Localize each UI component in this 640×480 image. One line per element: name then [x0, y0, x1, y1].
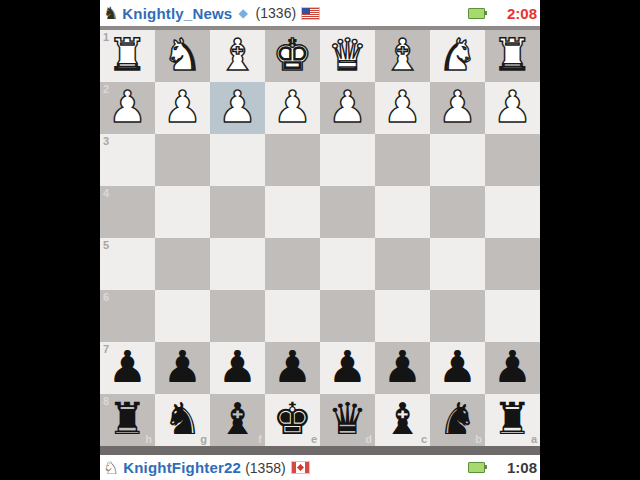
- white-rook-a1[interactable]: ♜: [485, 30, 540, 82]
- square-c8[interactable]: c♝: [375, 394, 430, 446]
- square-f7[interactable]: ♟: [210, 342, 265, 394]
- red-white-red-flag-icon: [292, 462, 309, 473]
- square-c5[interactable]: [375, 238, 430, 290]
- square-b2[interactable]: ♟: [430, 82, 485, 134]
- white-pawn-h2[interactable]: ♟: [100, 82, 155, 134]
- square-h8[interactable]: 8h♜: [100, 394, 155, 446]
- square-a8[interactable]: a♜: [485, 394, 540, 446]
- black-pawn-g7[interactable]: ♟: [155, 342, 210, 394]
- square-f8[interactable]: f♝: [210, 394, 265, 446]
- black-pawn-b7[interactable]: ♟: [430, 342, 485, 394]
- square-a4[interactable]: [485, 186, 540, 238]
- square-e3[interactable]: [265, 134, 320, 186]
- square-e5[interactable]: [265, 238, 320, 290]
- square-f4[interactable]: [210, 186, 265, 238]
- black-rook-h8[interactable]: ♜: [100, 394, 155, 446]
- rank-label-6: 6: [103, 291, 109, 303]
- square-h1[interactable]: 1♜: [100, 30, 155, 82]
- black-bishop-c8[interactable]: ♝: [375, 394, 430, 446]
- black-knight-g8[interactable]: ♞: [155, 394, 210, 446]
- square-e6[interactable]: [265, 290, 320, 342]
- square-g5[interactable]: [155, 238, 210, 290]
- square-b3[interactable]: [430, 134, 485, 186]
- square-d3[interactable]: [320, 134, 375, 186]
- square-h6[interactable]: 6: [100, 290, 155, 342]
- square-f6[interactable]: [210, 290, 265, 342]
- square-e4[interactable]: [265, 186, 320, 238]
- black-pawn-c7[interactable]: ♟: [375, 342, 430, 394]
- bottom-player-rating: (1358): [245, 460, 285, 476]
- chess-app-window: ♞ Knightly_News ◆ (1336) 2:08 1♜♞♝♚♛♝♞♜2…: [100, 0, 540, 480]
- square-a3[interactable]: [485, 134, 540, 186]
- black-knight-b8[interactable]: ♞: [430, 394, 485, 446]
- square-c2[interactable]: ♟: [375, 82, 430, 134]
- white-bishop-f1[interactable]: ♝: [210, 30, 265, 82]
- square-g6[interactable]: [155, 290, 210, 342]
- bottom-player-clock: 1:08: [507, 459, 537, 476]
- square-a7[interactable]: ♟: [485, 342, 540, 394]
- square-c3[interactable]: [375, 134, 430, 186]
- square-f3[interactable]: [210, 134, 265, 186]
- square-e8[interactable]: e♚: [265, 394, 320, 446]
- square-b4[interactable]: [430, 186, 485, 238]
- black-rook-a8[interactable]: ♜: [485, 394, 540, 446]
- white-rook-h1[interactable]: ♜: [100, 30, 155, 82]
- square-a6[interactable]: [485, 290, 540, 342]
- rank-label-5: 5: [103, 239, 109, 251]
- black-king-e8[interactable]: ♚: [265, 394, 320, 446]
- square-d5[interactable]: [320, 238, 375, 290]
- diamond-gem-icon: ◆: [238, 6, 247, 20]
- square-b7[interactable]: ♟: [430, 342, 485, 394]
- chess-board: 1♜♞♝♚♛♝♞♜2♟♟♟♟♟♟♟♟34567♟♟♟♟♟♟♟♟8h♜g♞f♝e♚…: [100, 30, 540, 446]
- top-battery-icon: [468, 8, 485, 19]
- square-f2[interactable]: ♟: [210, 82, 265, 134]
- square-b1[interactable]: ♞: [430, 30, 485, 82]
- square-g4[interactable]: [155, 186, 210, 238]
- bottom-battery-icon: [468, 462, 485, 473]
- white-pawn-d2[interactable]: ♟: [320, 82, 375, 134]
- black-queen-d8[interactable]: ♛: [320, 394, 375, 446]
- white-pawn-b2[interactable]: ♟: [430, 82, 485, 134]
- us-flag-icon: [302, 8, 319, 19]
- top-player-rating: (1336): [256, 5, 296, 21]
- square-h7[interactable]: 7♟: [100, 342, 155, 394]
- square-d6[interactable]: [320, 290, 375, 342]
- white-bishop-c1[interactable]: ♝: [375, 30, 430, 82]
- board-bottom-divider: [100, 446, 540, 455]
- top-player-bar: ♞ Knightly_News ◆ (1336) 2:08: [100, 0, 540, 26]
- white-pawn-f2[interactable]: ♟: [210, 82, 265, 134]
- square-h2[interactable]: 2♟: [100, 82, 155, 134]
- square-c7[interactable]: ♟: [375, 342, 430, 394]
- square-g2[interactable]: ♟: [155, 82, 210, 134]
- white-queen-d1[interactable]: ♛: [320, 30, 375, 82]
- square-h5[interactable]: 5: [100, 238, 155, 290]
- square-f5[interactable]: [210, 238, 265, 290]
- square-a2[interactable]: ♟: [485, 82, 540, 134]
- square-f1[interactable]: ♝: [210, 30, 265, 82]
- black-pawn-f7[interactable]: ♟: [210, 342, 265, 394]
- square-d7[interactable]: ♟: [320, 342, 375, 394]
- square-g1[interactable]: ♞: [155, 30, 210, 82]
- white-king-e1[interactable]: ♚: [265, 30, 320, 82]
- black-pawn-d7[interactable]: ♟: [320, 342, 375, 394]
- square-g7[interactable]: ♟: [155, 342, 210, 394]
- square-a1[interactable]: ♜: [485, 30, 540, 82]
- bottom-player-knight-icon: ♘: [103, 459, 119, 477]
- white-knight-g1[interactable]: ♞: [155, 30, 210, 82]
- square-e7[interactable]: ♟: [265, 342, 320, 394]
- square-b6[interactable]: [430, 290, 485, 342]
- square-d4[interactable]: [320, 186, 375, 238]
- black-bishop-f8[interactable]: ♝: [210, 394, 265, 446]
- square-b5[interactable]: [430, 238, 485, 290]
- rank-label-4: 4: [103, 187, 109, 199]
- square-c1[interactable]: ♝: [375, 30, 430, 82]
- square-e2[interactable]: ♟: [265, 82, 320, 134]
- us-flag-canton: [302, 8, 310, 14]
- black-pawn-e7[interactable]: ♟: [265, 342, 320, 394]
- black-pawn-h7[interactable]: ♟: [100, 342, 155, 394]
- black-pawn-a7[interactable]: ♟: [485, 342, 540, 394]
- square-d1[interactable]: ♛: [320, 30, 375, 82]
- square-c4[interactable]: [375, 186, 430, 238]
- square-h4[interactable]: 4: [100, 186, 155, 238]
- square-d8[interactable]: d♛: [320, 394, 375, 446]
- square-h3[interactable]: 3: [100, 134, 155, 186]
- rank-label-3: 3: [103, 135, 109, 147]
- square-g8[interactable]: g♞: [155, 394, 210, 446]
- square-c6[interactable]: [375, 290, 430, 342]
- white-pawn-e2[interactable]: ♟: [265, 82, 320, 134]
- square-g3[interactable]: [155, 134, 210, 186]
- top-player-knight-logo-icon: ♞: [103, 5, 118, 22]
- top-player-clock: 2:08: [507, 5, 537, 22]
- square-b8[interactable]: b♞: [430, 394, 485, 446]
- square-e1[interactable]: ♚: [265, 30, 320, 82]
- white-pawn-c2[interactable]: ♟: [375, 82, 430, 134]
- white-knight-b1[interactable]: ♞: [430, 30, 485, 82]
- bottom-player-bar: ♘ KnightFighter22 (1358) 1:08: [100, 455, 540, 480]
- flag-emblem: [297, 464, 304, 471]
- top-player-name[interactable]: Knightly_News: [122, 5, 232, 22]
- white-pawn-g2[interactable]: ♟: [155, 82, 210, 134]
- bottom-player-name[interactable]: KnightFighter22: [123, 459, 241, 476]
- white-pawn-a2[interactable]: ♟: [485, 82, 540, 134]
- square-a5[interactable]: [485, 238, 540, 290]
- square-d2[interactable]: ♟: [320, 82, 375, 134]
